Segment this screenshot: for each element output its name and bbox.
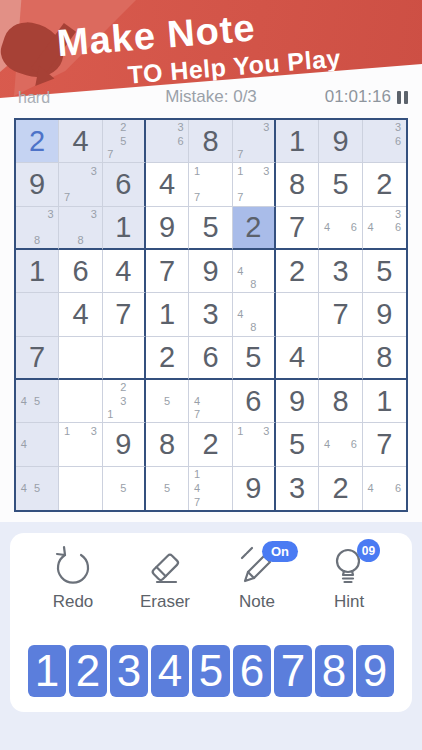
note-digit: 4 — [190, 481, 203, 495]
cell-r5c5[interactable]: 5 — [233, 337, 276, 380]
note-digit: 3 — [87, 208, 100, 221]
cell-r4c4[interactable]: 3 — [189, 293, 232, 336]
note-digit: 1 — [190, 468, 203, 482]
note-digit: 7 — [60, 191, 73, 204]
cell-r8c0[interactable]: 45 — [16, 467, 59, 510]
cell-r0c0[interactable]: 2 — [16, 120, 59, 163]
cell-r5c1[interactable] — [59, 337, 102, 380]
cell-r7c2[interactable]: 9 — [103, 423, 146, 466]
given-digit: 3 — [289, 474, 305, 503]
cell-r5c8[interactable]: 8 — [363, 337, 406, 380]
note-digit: 6 — [391, 481, 405, 495]
given-digit: 1 — [159, 300, 175, 329]
given-digit: 9 — [245, 474, 261, 503]
note-digit: 4 — [364, 221, 378, 234]
given-digit: 9 — [289, 387, 305, 416]
note-digit: 8 — [247, 278, 260, 291]
numpad-button-3[interactable]: 3 — [110, 645, 148, 697]
cell-r5c6[interactable]: 4 — [276, 337, 319, 380]
cell-r2c7[interactable]: 46 — [319, 207, 362, 250]
given-digit: 5 — [202, 213, 218, 242]
redo-button[interactable]: Redo — [40, 545, 106, 612]
note-digit: 2 — [117, 381, 130, 394]
pause-icon[interactable] — [397, 91, 408, 104]
note-digit: 3 — [87, 424, 100, 437]
note-digit: 4 — [17, 394, 30, 407]
given-digit: 8 — [202, 127, 218, 156]
note-digit: 7 — [190, 408, 203, 421]
given-digit: 1 — [376, 387, 392, 416]
cell-r0c6[interactable]: 1 — [276, 120, 319, 163]
timer-value: 01:01:16 — [325, 87, 391, 107]
pencil-notes: 48 — [234, 251, 273, 291]
eraser-icon — [143, 545, 187, 589]
note-digit: 4 — [234, 264, 247, 277]
pencil-notes: 13 — [60, 424, 100, 464]
given-digit: 7 — [29, 343, 45, 372]
cell-r6c5[interactable]: 6 — [233, 380, 276, 423]
numpad-button-9[interactable]: 9 — [356, 645, 394, 697]
note-digit: 1 — [104, 408, 117, 421]
cell-r2c5[interactable]: 2 — [233, 207, 276, 250]
note-digit: 4 — [320, 221, 333, 234]
note-digit: 8 — [74, 234, 87, 247]
pencil-notes: 123 — [104, 381, 143, 421]
given-digit: 8 — [376, 343, 392, 372]
given-digit: 7 — [289, 213, 305, 242]
hint-count-badge: 09 — [357, 539, 380, 562]
given-digit: 6 — [245, 387, 261, 416]
cell-r1c4[interactable]: 17 — [189, 163, 232, 206]
given-digit: 9 — [376, 300, 392, 329]
cell-r4c8[interactable]: 9 — [363, 293, 406, 336]
cell-r2c6[interactable]: 7 — [276, 207, 319, 250]
pencil-notes: 46 — [364, 468, 405, 509]
cell-r1c6[interactable]: 8 — [276, 163, 319, 206]
cell-r6c6[interactable]: 9 — [276, 380, 319, 423]
given-digit: 6 — [72, 257, 88, 286]
note-digit: 6 — [391, 221, 405, 234]
given-digit: 4 — [289, 343, 305, 372]
given-digit: 2 — [159, 343, 175, 372]
status-bar: hard Mistake: 0/3 01:01:16 — [0, 84, 422, 112]
cell-r3c3[interactable]: 7 — [146, 250, 189, 293]
redo-icon — [51, 545, 95, 589]
pencil-notes: 17 — [190, 164, 230, 204]
given-digit: 2 — [289, 257, 305, 286]
given-digit: 3 — [332, 257, 348, 286]
tool-card: Redo Eraser On Not — [10, 533, 412, 712]
pencil-notes: 48 — [234, 294, 273, 334]
note-digit: 5 — [117, 134, 130, 147]
pencil-notes: 46 — [320, 424, 360, 464]
given-digit: 8 — [159, 430, 175, 459]
note-digit: 8 — [247, 321, 260, 334]
pencil-notes: 137 — [234, 164, 273, 204]
eraser-label: Eraser — [140, 592, 190, 612]
note-digit: 4 — [190, 394, 203, 407]
cell-r1c2[interactable]: 6 — [103, 163, 146, 206]
numpad-button-4[interactable]: 4 — [151, 645, 189, 697]
cell-r7c8[interactable]: 7 — [363, 423, 406, 466]
note-digit: 1 — [234, 424, 247, 437]
cell-r8c2[interactable]: 5 — [103, 467, 146, 510]
cell-r7c0[interactable]: 4 — [16, 423, 59, 466]
note-digit: 7 — [234, 148, 247, 161]
cell-r2c2[interactable]: 1 — [103, 207, 146, 250]
cell-r4c2[interactable]: 7 — [103, 293, 146, 336]
note-digit: 6 — [347, 438, 360, 451]
given-digit: 9 — [202, 257, 218, 286]
note-digit: 4 — [320, 438, 333, 451]
pencil-notes: 36 — [147, 121, 187, 161]
given-digit: 9 — [29, 170, 45, 199]
note-digit: 5 — [160, 394, 173, 407]
cell-r8c1[interactable] — [59, 467, 102, 510]
cell-r5c0[interactable]: 7 — [16, 337, 59, 380]
cell-r5c3[interactable]: 2 — [146, 337, 189, 380]
cell-r5c4[interactable]: 6 — [189, 337, 232, 380]
given-digit: 9 — [159, 213, 175, 242]
sudoku-app-screen: Make Note TO Help You Play hard Mistake:… — [0, 0, 422, 750]
cell-r6c7[interactable]: 8 — [319, 380, 362, 423]
cell-r1c7[interactable]: 5 — [319, 163, 362, 206]
user-digit: 2 — [29, 127, 45, 156]
numpad-button-1[interactable]: 1 — [28, 645, 66, 697]
given-digit: 1 — [115, 213, 131, 242]
given-digit: 7 — [159, 257, 175, 286]
pencil-notes: 38 — [17, 208, 57, 247]
given-digit: 6 — [202, 343, 218, 372]
cell-r8c8[interactable]: 46 — [363, 467, 406, 510]
number-pad: 123456789 — [28, 645, 394, 697]
note-digit: 5 — [160, 481, 173, 495]
cell-r3c1[interactable]: 6 — [59, 250, 102, 293]
given-digit: 7 — [115, 300, 131, 329]
given-digit: 7 — [332, 300, 348, 329]
note-digit: 3 — [44, 208, 57, 221]
cell-r6c1[interactable] — [59, 380, 102, 423]
pencil-notes: 147 — [190, 468, 230, 509]
given-digit: 5 — [245, 343, 261, 372]
cell-r7c4[interactable]: 2 — [189, 423, 232, 466]
cell-r3c2[interactable]: 4 — [103, 250, 146, 293]
given-digit: 4 — [72, 127, 88, 156]
note-digit: 4 — [234, 308, 247, 321]
pencil-notes: 257 — [104, 121, 143, 161]
cell-r0c1[interactable]: 4 — [59, 120, 102, 163]
note-digit: 5 — [30, 481, 43, 495]
cell-r0c7[interactable]: 9 — [319, 120, 362, 163]
cell-r4c0[interactable] — [16, 293, 59, 336]
cell-r1c5[interactable]: 137 — [233, 163, 276, 206]
cell-r3c7[interactable]: 3 — [319, 250, 362, 293]
cell-r8c6[interactable]: 3 — [276, 467, 319, 510]
cell-r7c7[interactable]: 46 — [319, 423, 362, 466]
note-digit: 7 — [190, 495, 203, 509]
given-digit: 2 — [332, 474, 348, 503]
cell-r1c8[interactable]: 2 — [363, 163, 406, 206]
given-digit: 4 — [159, 170, 175, 199]
cell-r2c8[interactable]: 346 — [363, 207, 406, 250]
given-digit: 7 — [376, 430, 392, 459]
pencil-notes: 4 — [17, 424, 57, 464]
pencil-notes: 38 — [60, 208, 100, 247]
numpad-button-2[interactable]: 2 — [69, 645, 107, 697]
pencil-notes: 346 — [364, 208, 405, 247]
cell-r0c5[interactable]: 37 — [233, 120, 276, 163]
pencil-notes: 46 — [320, 208, 360, 247]
note-digit: 1 — [190, 164, 203, 177]
given-digit: 5 — [289, 430, 305, 459]
note-digit: 6 — [347, 221, 360, 234]
cell-r7c3[interactable]: 8 — [146, 423, 189, 466]
pencil-notes: 36 — [364, 121, 405, 161]
cell-r6c8[interactable]: 1 — [363, 380, 406, 423]
cell-r0c2[interactable]: 257 — [103, 120, 146, 163]
note-digit: 7 — [234, 191, 247, 204]
note-digit: 3 — [117, 394, 130, 407]
cell-r7c6[interactable]: 5 — [276, 423, 319, 466]
given-digit: 9 — [332, 127, 348, 156]
cell-r4c7[interactable]: 7 — [319, 293, 362, 336]
given-digit: 2 — [376, 170, 392, 199]
cell-r6c2[interactable]: 123 — [103, 380, 146, 423]
note-digit: 3 — [260, 164, 273, 177]
cell-r1c0[interactable]: 9 — [16, 163, 59, 206]
cell-r4c6[interactable] — [276, 293, 319, 336]
given-digit: 6 — [115, 170, 131, 199]
cell-r6c0[interactable]: 45 — [16, 380, 59, 423]
note-digit: 1 — [234, 164, 247, 177]
given-digit: 3 — [202, 300, 218, 329]
given-digit: 4 — [72, 300, 88, 329]
cell-r4c5[interactable]: 48 — [233, 293, 276, 336]
cell-r1c1[interactable]: 37 — [59, 163, 102, 206]
given-digit: 1 — [289, 127, 305, 156]
game-timer: 01:01:16 — [325, 87, 408, 107]
cell-r8c5[interactable]: 9 — [233, 467, 276, 510]
cell-r0c8[interactable]: 36 — [363, 120, 406, 163]
cell-r2c0[interactable]: 38 — [16, 207, 59, 250]
note-digit: 5 — [117, 481, 130, 495]
note-digit: 7 — [190, 191, 203, 204]
numpad-button-8[interactable]: 8 — [315, 645, 353, 697]
given-digit: 8 — [332, 387, 348, 416]
note-digit: 3 — [391, 121, 405, 134]
note-digit: 3 — [260, 424, 273, 437]
cell-r6c4[interactable]: 47 — [189, 380, 232, 423]
note-digit: 3 — [174, 121, 187, 134]
cell-r1c3[interactable]: 4 — [146, 163, 189, 206]
pencil-notes: 47 — [190, 381, 230, 421]
note-digit: 8 — [30, 234, 43, 247]
pencil-notes: 45 — [17, 381, 57, 421]
note-digit: 4 — [364, 481, 378, 495]
note-digit: 4 — [17, 438, 30, 451]
redo-label: Redo — [53, 592, 94, 612]
eraser-button[interactable]: Eraser — [132, 545, 198, 612]
cell-r3c0[interactable]: 1 — [16, 250, 59, 293]
hint-button[interactable]: 09 Hint — [316, 545, 382, 612]
cell-r8c4[interactable]: 147 — [189, 467, 232, 510]
cell-r7c1[interactable]: 13 — [59, 423, 102, 466]
cell-r5c2[interactable] — [103, 337, 146, 380]
given-digit: 4 — [115, 257, 131, 286]
pencil-notes: 5 — [104, 468, 143, 509]
pencil-notes: 13 — [234, 424, 273, 464]
cell-r4c1[interactable]: 4 — [59, 293, 102, 336]
cell-r7c5[interactable]: 13 — [233, 423, 276, 466]
cell-r4c3[interactable]: 1 — [146, 293, 189, 336]
note-label: Note — [239, 592, 275, 612]
toolbar: Redo Eraser On Not — [10, 545, 412, 612]
note-digit: 4 — [17, 481, 30, 495]
given-digit: 1 — [29, 257, 45, 286]
given-digit: 8 — [289, 170, 305, 199]
note-button[interactable]: On Note — [224, 545, 290, 612]
cell-r5c7[interactable] — [319, 337, 362, 380]
pencil-notes: 37 — [234, 121, 273, 161]
note-digit: 7 — [104, 148, 117, 161]
note-digit: 3 — [391, 208, 405, 221]
given-digit: 2 — [202, 430, 218, 459]
given-digit: 5 — [376, 257, 392, 286]
pencil-notes: 45 — [17, 468, 57, 509]
cell-r0c3[interactable]: 36 — [146, 120, 189, 163]
cell-r8c3[interactable]: 5 — [146, 467, 189, 510]
cell-r3c6[interactable]: 2 — [276, 250, 319, 293]
given-digit: 2 — [245, 213, 261, 242]
cell-r3c4[interactable]: 9 — [189, 250, 232, 293]
note-digit: 5 — [30, 394, 43, 407]
given-digit: 9 — [115, 430, 131, 459]
given-digit: 5 — [332, 170, 348, 199]
pencil-notes: 5 — [147, 381, 187, 421]
note-digit: 6 — [174, 134, 187, 147]
numpad-button-6[interactable]: 6 — [233, 645, 271, 697]
cell-r8c7[interactable]: 2 — [319, 467, 362, 510]
note-digit: 3 — [87, 164, 100, 177]
hint-label: Hint — [334, 592, 364, 612]
pencil-notes: 37 — [60, 164, 100, 204]
cell-r3c5[interactable]: 48 — [233, 250, 276, 293]
note-digit: 6 — [391, 134, 405, 147]
cell-r0c4[interactable]: 8 — [189, 120, 232, 163]
numpad-button-5[interactable]: 5 — [192, 645, 230, 697]
cell-r6c3[interactable]: 5 — [146, 380, 189, 423]
sudoku-grid: 2425736837193693764171378523838195274634… — [14, 118, 408, 512]
note-digit: 2 — [117, 121, 130, 134]
numpad-button-7[interactable]: 7 — [274, 645, 312, 697]
note-digit: 3 — [260, 121, 273, 134]
note-on-badge: On — [262, 541, 298, 562]
note-digit: 1 — [60, 424, 73, 437]
cell-r3c8[interactable]: 5 — [363, 250, 406, 293]
cell-r2c1[interactable]: 38 — [59, 207, 102, 250]
pencil-notes: 5 — [147, 468, 187, 509]
cell-r2c3[interactable]: 9 — [146, 207, 189, 250]
cell-r2c4[interactable]: 5 — [189, 207, 232, 250]
